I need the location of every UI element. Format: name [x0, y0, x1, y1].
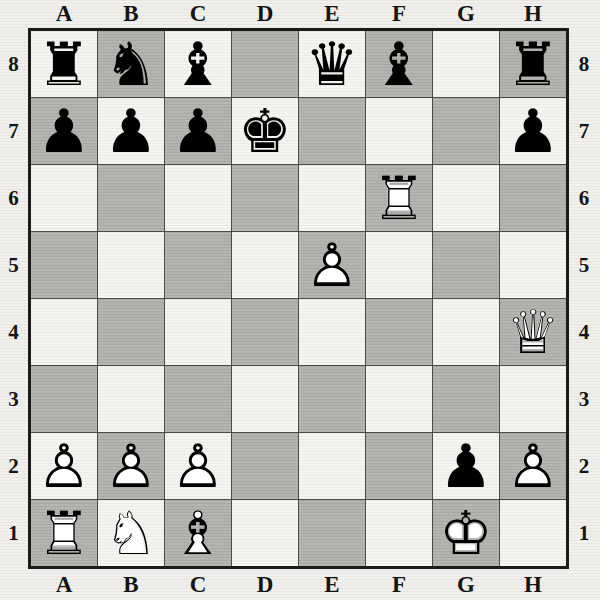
square-d4 — [232, 299, 298, 365]
square-c5 — [165, 232, 231, 298]
square-e1 — [299, 500, 365, 566]
square-b4 — [98, 299, 164, 365]
square-g3 — [433, 366, 499, 432]
square-g8 — [433, 31, 499, 97]
square-f7 — [366, 98, 432, 164]
coordinate-label: E — [299, 1, 365, 27]
coordinate-label: 5 — [0, 232, 27, 298]
coordinate-label: A — [31, 571, 97, 599]
piece-black-king: ♚ — [232, 98, 298, 164]
coordinate-label: 7 — [570, 98, 598, 164]
square-d3 — [232, 366, 298, 432]
file-labels-bottom: ABCDEFGH — [31, 571, 566, 599]
coordinate-label: 3 — [570, 366, 598, 432]
coordinate-label: D — [232, 1, 298, 27]
coordinate-label: C — [165, 571, 231, 599]
coordinate-label: 4 — [0, 299, 27, 365]
piece-black-rook: ♜ — [31, 31, 97, 97]
coordinate-label: G — [433, 1, 499, 27]
square-f3 — [366, 366, 432, 432]
piece-white-queen: ♛♕ — [500, 299, 566, 365]
square-e8: ♛ — [299, 31, 365, 97]
square-g5 — [433, 232, 499, 298]
piece-black-queen: ♛ — [299, 31, 365, 97]
piece-black-pawn: ♟ — [500, 98, 566, 164]
coordinate-label: D — [232, 571, 298, 599]
square-h7: ♟ — [500, 98, 566, 164]
piece-white-pawn: ♟♙ — [31, 433, 97, 499]
coordinate-label: 6 — [0, 165, 27, 231]
coordinate-label: 2 — [570, 433, 598, 499]
square-f8: ♝ — [366, 31, 432, 97]
square-d2 — [232, 433, 298, 499]
square-b1: ♞♘ — [98, 500, 164, 566]
piece-black-pawn: ♟ — [31, 98, 97, 164]
square-a2: ♟♙ — [31, 433, 97, 499]
coordinate-label: A — [31, 1, 97, 27]
coordinate-label: 3 — [0, 366, 27, 432]
square-h4: ♛♕ — [500, 299, 566, 365]
coordinate-label: B — [98, 1, 164, 27]
coordinate-label: F — [366, 1, 432, 27]
piece-black-pawn: ♟ — [165, 98, 231, 164]
square-a1: ♜♖ — [31, 500, 97, 566]
square-d5 — [232, 232, 298, 298]
square-c2: ♟♙ — [165, 433, 231, 499]
square-c8: ♝ — [165, 31, 231, 97]
file-labels-top: ABCDEFGH — [31, 1, 566, 27]
rank-labels-left: 87654321 — [0, 31, 27, 566]
piece-white-bishop: ♝♗ — [165, 500, 231, 566]
square-g2: ♟ — [433, 433, 499, 499]
square-e5: ♟♙ — [299, 232, 365, 298]
square-e6 — [299, 165, 365, 231]
piece-black-pawn: ♟ — [98, 98, 164, 164]
piece-white-knight: ♞♘ — [98, 500, 164, 566]
square-e2 — [299, 433, 365, 499]
square-g4 — [433, 299, 499, 365]
square-d1 — [232, 500, 298, 566]
square-h3 — [500, 366, 566, 432]
square-f6: ♜♖ — [366, 165, 432, 231]
piece-black-bishop: ♝ — [165, 31, 231, 97]
coordinate-label: 8 — [570, 31, 598, 97]
rank-labels-right: 87654321 — [570, 31, 598, 566]
square-g7 — [433, 98, 499, 164]
square-b6 — [98, 165, 164, 231]
square-f1 — [366, 500, 432, 566]
coordinate-label: 1 — [570, 500, 598, 566]
square-f2 — [366, 433, 432, 499]
coordinate-label: 6 — [570, 165, 598, 231]
piece-black-knight: ♞ — [98, 31, 164, 97]
coordinate-label: 5 — [570, 232, 598, 298]
square-b8: ♞ — [98, 31, 164, 97]
square-a5 — [31, 232, 97, 298]
square-b3 — [98, 366, 164, 432]
square-h6 — [500, 165, 566, 231]
square-e3 — [299, 366, 365, 432]
square-a4 — [31, 299, 97, 365]
square-g6 — [433, 165, 499, 231]
square-a8: ♜ — [31, 31, 97, 97]
square-d6 — [232, 165, 298, 231]
piece-white-king: ♚♔ — [433, 500, 499, 566]
square-e7 — [299, 98, 365, 164]
piece-white-pawn: ♟♙ — [299, 232, 365, 298]
square-b2: ♟♙ — [98, 433, 164, 499]
square-d7: ♚ — [232, 98, 298, 164]
square-h2: ♟♙ — [500, 433, 566, 499]
piece-white-pawn: ♟♙ — [165, 433, 231, 499]
coordinate-label: H — [500, 571, 566, 599]
coordinate-label: 1 — [0, 500, 27, 566]
coordinate-label: F — [366, 571, 432, 599]
piece-white-rook: ♜♖ — [366, 165, 432, 231]
coordinate-label: 2 — [0, 433, 27, 499]
coordinate-label: G — [433, 571, 499, 599]
coordinate-label: 4 — [570, 299, 598, 365]
square-f4 — [366, 299, 432, 365]
square-h8: ♜ — [500, 31, 566, 97]
square-c7: ♟ — [165, 98, 231, 164]
piece-white-rook: ♜♖ — [31, 500, 97, 566]
coordinate-label: 8 — [0, 31, 27, 97]
coordinate-label: 7 — [0, 98, 27, 164]
coordinate-label: B — [98, 571, 164, 599]
square-c1: ♝♗ — [165, 500, 231, 566]
square-a6 — [31, 165, 97, 231]
square-f5 — [366, 232, 432, 298]
chess-board: ♜♞♝♛♝♜♟♟♟♚♟♜♖♟♙♛♕♟♙♟♙♟♙♟♟♙♜♖♞♘♝♗♚♔ — [28, 28, 569, 569]
chess-diagram: ABCDEFGH 87654321 ♜♞♝♛♝♜♟♟♟♚♟♜♖♟♙♛♕♟♙♟♙♟… — [0, 0, 600, 600]
square-b7: ♟ — [98, 98, 164, 164]
piece-black-rook: ♜ — [500, 31, 566, 97]
square-h1 — [500, 500, 566, 566]
square-a3 — [31, 366, 97, 432]
square-d8 — [232, 31, 298, 97]
square-e4 — [299, 299, 365, 365]
square-b5 — [98, 232, 164, 298]
square-c4 — [165, 299, 231, 365]
coordinate-label: E — [299, 571, 365, 599]
piece-white-pawn: ♟♙ — [500, 433, 566, 499]
piece-black-pawn: ♟ — [433, 433, 499, 499]
square-c3 — [165, 366, 231, 432]
piece-black-bishop: ♝ — [366, 31, 432, 97]
square-h5 — [500, 232, 566, 298]
square-a7: ♟ — [31, 98, 97, 164]
coordinate-label: C — [165, 1, 231, 27]
coordinate-label: H — [500, 1, 566, 27]
square-c6 — [165, 165, 231, 231]
piece-white-pawn: ♟♙ — [98, 433, 164, 499]
square-g1: ♚♔ — [433, 500, 499, 566]
